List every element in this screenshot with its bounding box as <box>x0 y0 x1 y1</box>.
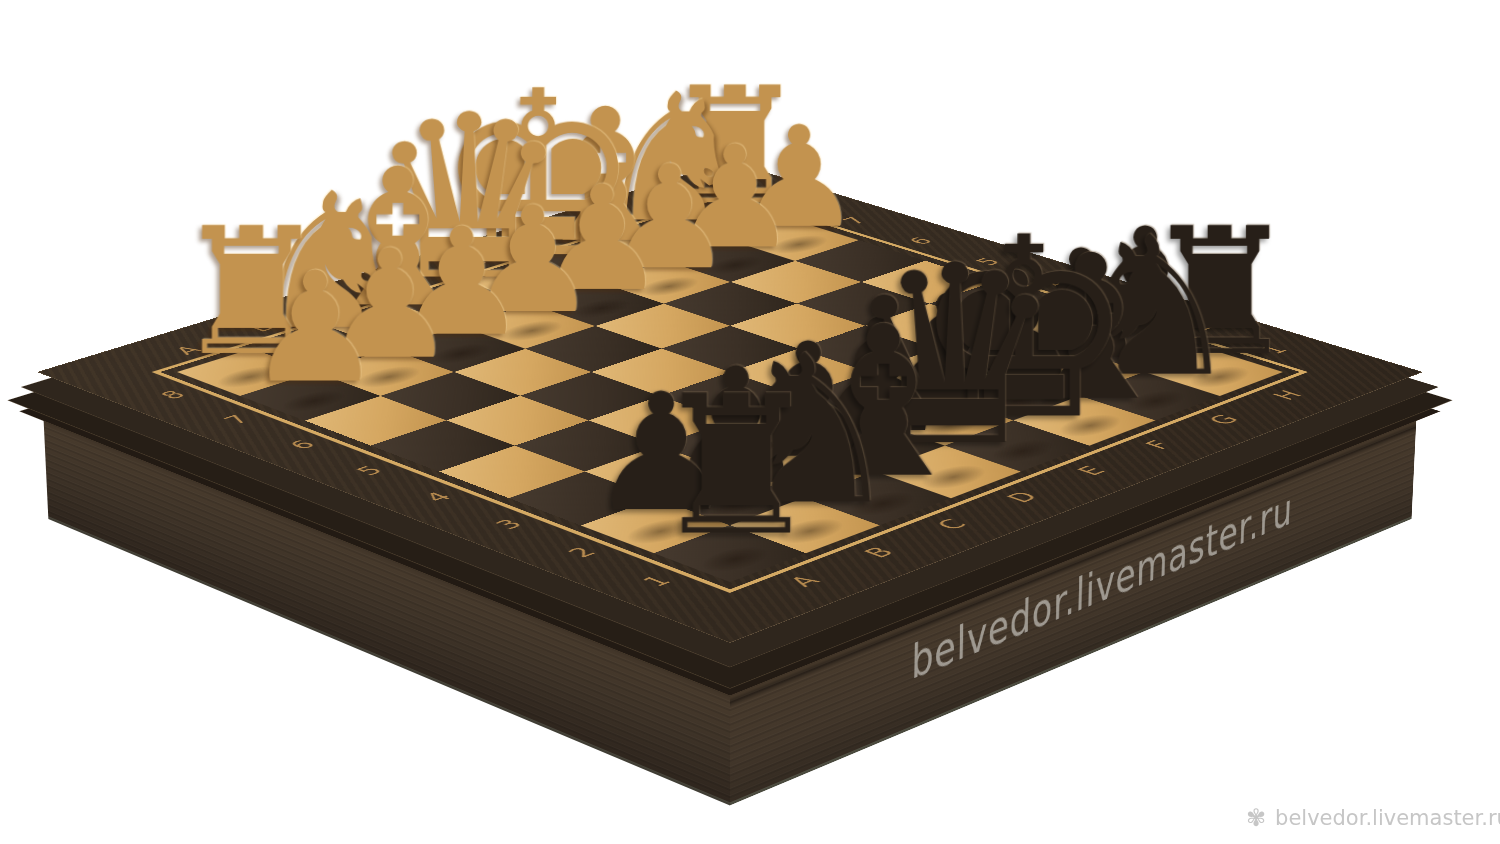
square-a1: ♜ <box>654 525 805 582</box>
perspective-wrapper: belvedor.livemaster.ru ABCDEFGH ABCDEFGH… <box>0 0 1500 844</box>
piece-black-rook: ♜ <box>593 370 878 562</box>
corner-watermark: ✾ belvedor.livemaster.ru <box>1246 806 1500 830</box>
product-photo-chess-box: belvedor.livemaster.ru ABCDEFGH ABCDEFGH… <box>0 0 1500 844</box>
square-g8: ♞ <box>601 220 730 261</box>
corner-watermark-text: belvedor.livemaster.ru <box>1275 806 1500 830</box>
piece-white-pawn: ♟ <box>183 252 447 404</box>
chess-box: belvedor.livemaster.ru ABCDEFGH ABCDEFGH… <box>37 161 1423 643</box>
livemaster-flower-icon: ✾ <box>1246 806 1266 830</box>
